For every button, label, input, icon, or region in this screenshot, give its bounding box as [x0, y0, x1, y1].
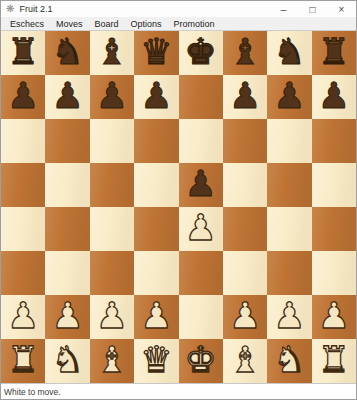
window-title: Fruit 2.1 [19, 4, 52, 14]
square-f2[interactable]: ♟ [223, 295, 267, 339]
board: ♜♞♝♛♚♝♞♜♟♟♟♟♟♟♟♟♟♟♟♟♟♟♟♟♜♞♝♛♚♝♞♜ [1, 31, 356, 383]
black-rook[interactable]: ♜ [7, 34, 39, 70]
square-g4[interactable] [267, 207, 311, 251]
black-pawn[interactable]: ♟ [7, 78, 39, 114]
square-a3[interactable] [1, 251, 45, 295]
white-pawn[interactable]: ♟ [273, 298, 305, 334]
square-f1[interactable]: ♝ [223, 339, 267, 383]
square-c4[interactable] [90, 207, 134, 251]
white-knight[interactable]: ♞ [273, 342, 305, 378]
white-rook[interactable]: ♜ [7, 342, 39, 378]
white-pawn[interactable]: ♟ [140, 298, 172, 334]
black-bishop[interactable]: ♝ [229, 34, 261, 70]
square-e2[interactable] [179, 295, 223, 339]
square-d2[interactable]: ♟ [134, 295, 178, 339]
square-g7[interactable]: ♟ [267, 75, 311, 119]
menu-board[interactable]: Board [89, 19, 125, 29]
square-g2[interactable]: ♟ [267, 295, 311, 339]
white-bishop[interactable]: ♝ [96, 342, 128, 378]
square-g1[interactable]: ♞ [267, 339, 311, 383]
menu-eschecs[interactable]: Eschecs [4, 19, 50, 29]
white-pawn[interactable]: ♟ [7, 298, 39, 334]
app-window: ❋ Fruit 2.1 – □ × Eschecs Moves Board Op… [0, 0, 357, 400]
square-h1[interactable]: ♜ [312, 339, 356, 383]
square-d6[interactable] [134, 119, 178, 163]
square-d7[interactable]: ♟ [134, 75, 178, 119]
square-a7[interactable]: ♟ [1, 75, 45, 119]
black-knight[interactable]: ♞ [51, 34, 83, 70]
square-f6[interactable] [223, 119, 267, 163]
square-b6[interactable] [45, 119, 89, 163]
square-d8[interactable]: ♛ [134, 31, 178, 75]
white-pawn[interactable]: ♟ [185, 210, 217, 246]
window-controls: – □ × [269, 1, 356, 17]
menu-moves[interactable]: Moves [50, 19, 89, 29]
square-c6[interactable] [90, 119, 134, 163]
black-pawn[interactable]: ♟ [96, 78, 128, 114]
square-e5[interactable]: ♟ [179, 163, 223, 207]
maximize-button[interactable]: □ [298, 1, 327, 17]
app-icon: ❋ [6, 4, 14, 14]
square-c3[interactable] [90, 251, 134, 295]
square-f8[interactable]: ♝ [223, 31, 267, 75]
square-e7[interactable] [179, 75, 223, 119]
black-king[interactable]: ♚ [185, 34, 217, 70]
square-f3[interactable] [223, 251, 267, 295]
square-g8[interactable]: ♞ [267, 31, 311, 75]
white-queen[interactable]: ♛ [140, 342, 172, 378]
square-e6[interactable] [179, 119, 223, 163]
square-a4[interactable] [1, 207, 45, 251]
square-a8[interactable]: ♜ [1, 31, 45, 75]
square-e3[interactable] [179, 251, 223, 295]
square-f7[interactable]: ♟ [223, 75, 267, 119]
white-rook[interactable]: ♜ [318, 342, 350, 378]
square-e4[interactable]: ♟ [179, 207, 223, 251]
square-b4[interactable] [45, 207, 89, 251]
menu-bar: Eschecs Moves Board Options Promotion [1, 17, 356, 31]
close-button[interactable]: × [327, 1, 356, 17]
white-pawn[interactable]: ♟ [51, 298, 83, 334]
square-a6[interactable] [1, 119, 45, 163]
white-pawn[interactable]: ♟ [229, 298, 261, 334]
square-a2[interactable]: ♟ [1, 295, 45, 339]
square-a5[interactable] [1, 163, 45, 207]
status-text: White to move. [4, 387, 61, 397]
black-pawn[interactable]: ♟ [229, 78, 261, 114]
square-g5[interactable] [267, 163, 311, 207]
square-b7[interactable]: ♟ [45, 75, 89, 119]
black-pawn[interactable]: ♟ [185, 166, 217, 202]
white-pawn[interactable]: ♟ [318, 298, 350, 334]
black-pawn[interactable]: ♟ [318, 78, 350, 114]
title-bar[interactable]: ❋ Fruit 2.1 – □ × [1, 1, 356, 17]
black-pawn[interactable]: ♟ [273, 78, 305, 114]
square-a1[interactable]: ♜ [1, 339, 45, 383]
square-f4[interactable] [223, 207, 267, 251]
square-b1[interactable]: ♞ [45, 339, 89, 383]
square-h4[interactable] [312, 207, 356, 251]
white-king[interactable]: ♚ [185, 342, 217, 378]
square-c7[interactable]: ♟ [90, 75, 134, 119]
square-b2[interactable]: ♟ [45, 295, 89, 339]
square-h5[interactable] [312, 163, 356, 207]
white-bishop[interactable]: ♝ [229, 342, 261, 378]
white-knight[interactable]: ♞ [51, 342, 83, 378]
square-c2[interactable]: ♟ [90, 295, 134, 339]
square-f5[interactable] [223, 163, 267, 207]
square-h6[interactable] [312, 119, 356, 163]
square-h2[interactable]: ♟ [312, 295, 356, 339]
square-b8[interactable]: ♞ [45, 31, 89, 75]
white-pawn[interactable]: ♟ [96, 298, 128, 334]
square-e8[interactable]: ♚ [179, 31, 223, 75]
black-bishop[interactable]: ♝ [96, 34, 128, 70]
square-e1[interactable]: ♚ [179, 339, 223, 383]
square-c1[interactable]: ♝ [90, 339, 134, 383]
menu-options[interactable]: Options [125, 19, 168, 29]
square-g6[interactable] [267, 119, 311, 163]
square-b3[interactable] [45, 251, 89, 295]
black-pawn[interactable]: ♟ [51, 78, 83, 114]
square-c8[interactable]: ♝ [90, 31, 134, 75]
status-bar: White to move. [1, 383, 356, 399]
square-d5[interactable] [134, 163, 178, 207]
square-c5[interactable] [90, 163, 134, 207]
black-queen[interactable]: ♛ [140, 34, 172, 70]
square-h8[interactable]: ♜ [312, 31, 356, 75]
menu-promotion[interactable]: Promotion [168, 19, 221, 29]
minimize-button[interactable]: – [269, 1, 298, 17]
square-d1[interactable]: ♛ [134, 339, 178, 383]
square-d4[interactable] [134, 207, 178, 251]
square-g3[interactable] [267, 251, 311, 295]
square-b5[interactable] [45, 163, 89, 207]
black-rook[interactable]: ♜ [318, 34, 350, 70]
square-h3[interactable] [312, 251, 356, 295]
square-h7[interactable]: ♟ [312, 75, 356, 119]
black-knight[interactable]: ♞ [273, 34, 305, 70]
square-d3[interactable] [134, 251, 178, 295]
black-pawn[interactable]: ♟ [140, 78, 172, 114]
